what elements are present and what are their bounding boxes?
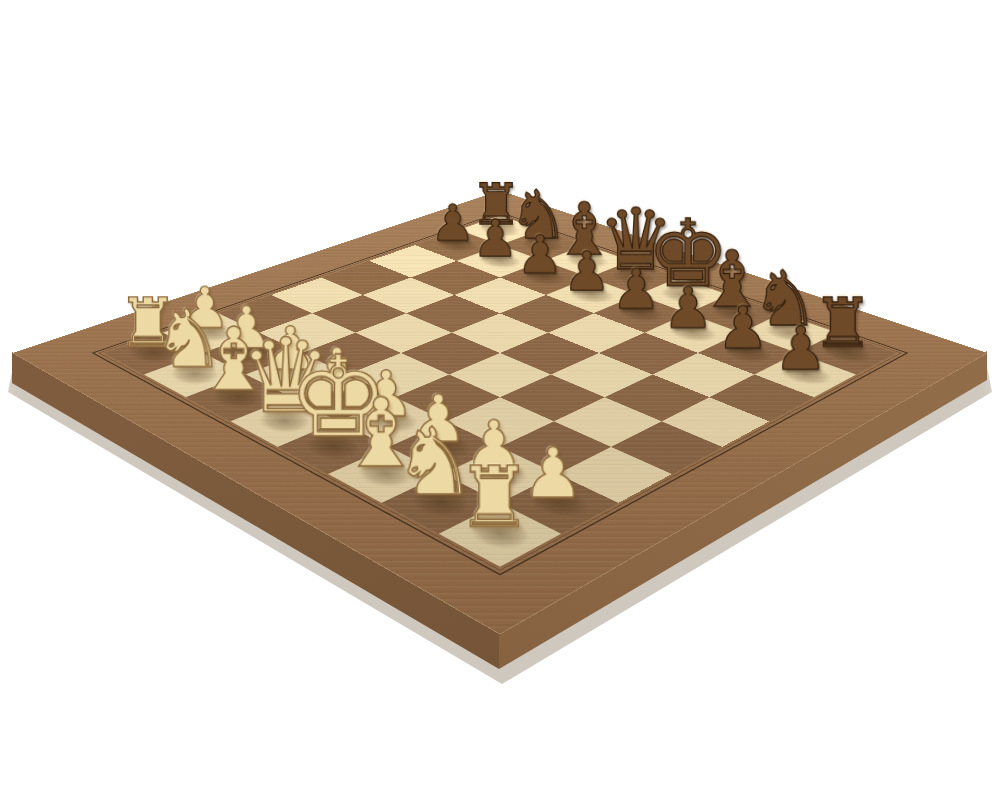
piece-shadow (406, 428, 484, 465)
piece-shadow (457, 511, 543, 556)
chess-board: ♜♞♝♛♚♝♞♜♟♟♟♟♟♟♟♟♟♟♟♟♟♟♟♟♜♞♝♛♚♝♞♜ (12, 190, 988, 634)
piece-shadow (355, 404, 430, 439)
piece-shadow (713, 338, 783, 367)
piece-shadow (811, 338, 881, 367)
piece-shadow (307, 381, 380, 414)
piece-shadow (119, 338, 187, 367)
piece-shadow (178, 318, 245, 346)
square-h5 (662, 397, 770, 447)
piece-shadow (400, 482, 483, 524)
piece-shadow (247, 404, 322, 439)
piece-shadow (460, 454, 540, 493)
piece-shadow (651, 282, 716, 307)
piece-shadow (659, 318, 727, 346)
piece-shadow (755, 318, 823, 346)
perspective-scene: ♜♞♝♛♚♝♞♜♟♟♟♟♟♟♟♟♟♟♟♟♟♟♟♟♜♞♝♛♚♝♞♜ (0, 0, 1000, 800)
chess-set-photo: ♜♞♝♛♚♝♞♜♟♟♟♟♟♟♟♟♟♟♟♟♟♟♟♟♜♞♝♛♚♝♞♜ (0, 0, 1000, 800)
playing-area: ♜♞♝♛♚♝♞♜♟♟♟♟♟♟♟♟♟♟♟♟♟♟♟♟♜♞♝♛♚♝♞♜ (104, 216, 896, 567)
